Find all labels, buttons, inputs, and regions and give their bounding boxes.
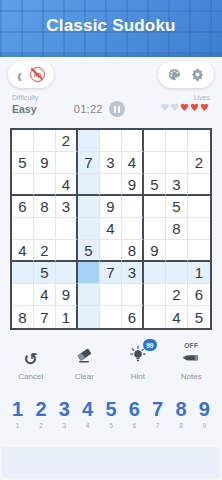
- cell-r2c5[interactable]: 3: [100, 152, 122, 174]
- notes-stack: OFF: [181, 342, 201, 368]
- difficulty-value: Easy: [12, 103, 38, 115]
- cell-r3c1[interactable]: [12, 174, 34, 196]
- cell-r6c1[interactable]: 4: [12, 240, 34, 262]
- cell-r2c6[interactable]: 4: [122, 152, 144, 174]
- clear-label: Clear: [75, 372, 94, 381]
- numpad: 112233445566778899: [6, 399, 216, 429]
- cell-r2c3[interactable]: [56, 152, 78, 174]
- lives-block: Lives ♥♥♥♥♥: [160, 94, 210, 117]
- heart-lost-icon: ♥: [160, 102, 170, 113]
- cell-r6c8[interactable]: [166, 240, 188, 262]
- cell-r9c3[interactable]: 1: [56, 306, 78, 328]
- notes-state: OFF: [184, 342, 198, 349]
- page-title: Classic Sudoku: [0, 0, 222, 36]
- cancel-button[interactable]: ↺ Cancel: [4, 344, 58, 381]
- undo-icon: ↺: [24, 351, 38, 368]
- cell-r1c6[interactable]: [122, 130, 144, 152]
- cell-r4c2[interactable]: 8: [34, 196, 56, 218]
- difficulty-label: Difficulty: [12, 94, 38, 101]
- numpad-6[interactable]: 66: [123, 399, 146, 429]
- app-screen: Classic Sudoku ‹ AD: [0, 0, 222, 480]
- cell-r5c6[interactable]: [122, 218, 144, 240]
- cell-r4c3[interactable]: 3: [56, 196, 78, 218]
- cell-r6c6[interactable]: 8: [122, 240, 144, 262]
- cell-r4c6[interactable]: [122, 196, 144, 218]
- cell-r4c9[interactable]: [188, 196, 210, 218]
- cell-r5c3[interactable]: [56, 218, 78, 240]
- cell-r3c8[interactable]: 3: [166, 174, 188, 196]
- numpad-3[interactable]: 33: [53, 399, 76, 429]
- cell-r2c1[interactable]: 5: [12, 152, 34, 174]
- cell-r9c8[interactable]: 4: [166, 306, 188, 328]
- hint-count-badge: 99: [142, 338, 158, 352]
- cell-r3c4[interactable]: [78, 174, 100, 196]
- cell-r5c2[interactable]: [34, 218, 56, 240]
- cell-r5c1[interactable]: [12, 218, 34, 240]
- cell-r4c4[interactable]: [78, 196, 100, 218]
- cell-r5c9[interactable]: [188, 218, 210, 240]
- cell-r3c9[interactable]: [188, 174, 210, 196]
- cell-r9c5[interactable]: [100, 306, 122, 328]
- cell-r2c2[interactable]: 9: [34, 152, 56, 174]
- cell-r1c3[interactable]: 2: [56, 130, 78, 152]
- cell-r7c3[interactable]: [56, 262, 78, 284]
- eraser-icon: [75, 347, 93, 368]
- cell-r8c3[interactable]: 9: [56, 284, 78, 306]
- cell-r7c8[interactable]: [166, 262, 188, 284]
- cell-r9c4[interactable]: [78, 306, 100, 328]
- cell-r5c7[interactable]: [144, 218, 166, 240]
- theme-palette-icon[interactable]: [167, 67, 182, 82]
- cell-r8c2[interactable]: 4: [34, 284, 56, 306]
- heart-lost-icon: ♥: [170, 102, 180, 113]
- cell-r8c6[interactable]: [122, 284, 144, 306]
- numpad-4[interactable]: 44: [76, 399, 99, 429]
- cell-r7c7[interactable]: [144, 262, 166, 284]
- cell-r6c9[interactable]: [188, 240, 210, 262]
- cell-r6c4[interactable]: 5: [78, 240, 100, 262]
- timer-block: 01:22: [74, 101, 125, 117]
- sudoku-board: 2597342495368395484258957314926871645: [10, 128, 212, 330]
- no-ads-icon[interactable]: AD: [30, 67, 45, 82]
- heart-full-icon: ♥: [180, 102, 190, 113]
- cell-r7c9[interactable]: 1: [188, 262, 210, 284]
- cell-r2c4[interactable]: 7: [78, 152, 100, 174]
- back-button[interactable]: ‹: [17, 65, 22, 85]
- cell-r7c6[interactable]: 3: [122, 262, 144, 284]
- cell-r1c5[interactable]: [100, 130, 122, 152]
- cell-r3c6[interactable]: 9: [122, 174, 144, 196]
- cell-r4c8[interactable]: 5: [166, 196, 188, 218]
- hint-label: Hint: [131, 372, 145, 381]
- settings-gear-icon[interactable]: [190, 67, 205, 82]
- cell-r1c7[interactable]: [144, 130, 166, 152]
- difficulty-block: Difficulty Easy: [12, 94, 38, 117]
- cell-r6c5[interactable]: [100, 240, 122, 262]
- cell-r4c1[interactable]: 6: [12, 196, 34, 218]
- cell-r6c2[interactable]: 2: [34, 240, 56, 262]
- cell-r1c4[interactable]: [78, 130, 100, 152]
- hint-button[interactable]: 99 Hint: [111, 344, 165, 381]
- notes-label: Notes: [181, 372, 202, 381]
- cell-r9c1[interactable]: 8: [12, 306, 34, 328]
- cell-r8c9[interactable]: 6: [188, 284, 210, 306]
- pencil-icon: [181, 350, 201, 368]
- numpad-1[interactable]: 11: [6, 399, 29, 429]
- numpad-7[interactable]: 77: [146, 399, 169, 429]
- cell-r8c7[interactable]: [144, 284, 166, 306]
- cell-r2c9[interactable]: 2: [188, 152, 210, 174]
- cell-r8c4[interactable]: [78, 284, 100, 306]
- action-bar: ↺ Cancel Clear: [4, 344, 218, 381]
- cell-r5c8[interactable]: 8: [166, 218, 188, 240]
- cell-r7c4[interactable]: [78, 262, 100, 284]
- numpad-5[interactable]: 55: [99, 399, 122, 429]
- pause-button[interactable]: [109, 101, 125, 117]
- cell-r8c5[interactable]: [100, 284, 122, 306]
- toolbar: ‹ AD: [8, 61, 214, 88]
- heart-full-icon: ♥: [190, 102, 200, 113]
- ad-banner-placeholder: [2, 447, 220, 478]
- cell-r1c8[interactable]: [166, 130, 188, 152]
- cell-r4c7[interactable]: [144, 196, 166, 218]
- cell-r7c5[interactable]: 7: [100, 262, 122, 284]
- cell-r4c5[interactable]: 9: [100, 196, 122, 218]
- cell-r9c7[interactable]: [144, 306, 166, 328]
- cell-r9c2[interactable]: 7: [34, 306, 56, 328]
- cell-r8c1[interactable]: [12, 284, 34, 306]
- cell-r1c1[interactable]: [12, 130, 34, 152]
- lives-label: Lives: [160, 94, 210, 101]
- toolbar-right-pill: [158, 61, 214, 88]
- cell-r7c2[interactable]: 5: [34, 262, 56, 284]
- cell-r3c3[interactable]: 4: [56, 174, 78, 196]
- clear-button[interactable]: Clear: [58, 344, 112, 381]
- cell-r8c8[interactable]: 2: [166, 284, 188, 306]
- cell-r7c1[interactable]: [12, 262, 34, 284]
- cell-r5c4[interactable]: [78, 218, 100, 240]
- cell-r2c7[interactable]: [144, 152, 166, 174]
- toolbar-left-pill: ‹ AD: [8, 61, 54, 88]
- heart-full-icon: ♥: [200, 102, 210, 113]
- cell-r5c5[interactable]: 4: [100, 218, 122, 240]
- header: Classic Sudoku: [0, 0, 222, 57]
- cell-r3c2[interactable]: [34, 174, 56, 196]
- notes-button[interactable]: OFF Notes: [165, 344, 219, 381]
- cell-r9c6[interactable]: 6: [122, 306, 144, 328]
- cell-r3c5[interactable]: [100, 174, 122, 196]
- cell-r2c8[interactable]: [166, 152, 188, 174]
- cell-r1c2[interactable]: [34, 130, 56, 152]
- numpad-9[interactable]: 99: [193, 399, 216, 429]
- cell-r6c3[interactable]: [56, 240, 78, 262]
- numpad-8[interactable]: 88: [169, 399, 192, 429]
- cancel-label: Cancel: [18, 372, 43, 381]
- cell-r9c9[interactable]: 5: [188, 306, 210, 328]
- timer-value: 01:22: [74, 103, 103, 115]
- hearts: ♥♥♥♥♥: [160, 103, 210, 113]
- cell-r6c7[interactable]: 9: [144, 240, 166, 262]
- cell-r1c9[interactable]: [188, 130, 210, 152]
- numpad-2[interactable]: 22: [29, 399, 52, 429]
- status-bar: Difficulty Easy 01:22 Lives ♥♥♥♥♥: [12, 94, 210, 117]
- cell-r3c7[interactable]: 5: [144, 174, 166, 196]
